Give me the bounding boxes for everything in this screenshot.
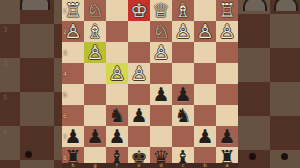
white-rook-piece[interactable]: ♖ bbox=[216, 0, 238, 21]
square-f2[interactable] bbox=[106, 21, 128, 42]
background-board-left: 3456 bbox=[0, 0, 62, 168]
square-d7[interactable] bbox=[150, 126, 172, 147]
square-e2[interactable] bbox=[128, 21, 150, 42]
black-pawn-piece[interactable]: ♟ bbox=[172, 84, 194, 105]
file-label-h: h bbox=[62, 163, 84, 168]
dim-overlay bbox=[0, 0, 62, 168]
black-pawn-piece[interactable]: ♟ bbox=[194, 126, 216, 147]
file-label-g: g bbox=[84, 163, 106, 168]
black-pawn-piece[interactable]: ♟ bbox=[128, 105, 150, 126]
dim-overlay bbox=[238, 0, 300, 168]
square-b4[interactable] bbox=[194, 63, 216, 84]
square-a6[interactable] bbox=[216, 105, 238, 126]
file-labels-bar: hgfedcba bbox=[62, 163, 238, 168]
square-a2[interactable]: ♙ bbox=[216, 21, 238, 42]
square-c7[interactable] bbox=[172, 126, 194, 147]
square-f4[interactable]: ♙ bbox=[106, 63, 128, 84]
white-pawn-piece[interactable]: ♙ bbox=[84, 42, 106, 63]
square-d5[interactable]: ♟ bbox=[150, 84, 172, 105]
square-f3[interactable] bbox=[106, 42, 128, 63]
square-g3[interactable]: ♙ bbox=[84, 42, 106, 63]
square-g6[interactable] bbox=[84, 105, 106, 126]
white-pawn-piece[interactable]: ♙ bbox=[150, 42, 172, 63]
square-b6[interactable] bbox=[194, 105, 216, 126]
file-label-e: e bbox=[128, 163, 150, 168]
square-e6[interactable]: ♟ bbox=[128, 105, 150, 126]
white-pawn-piece[interactable]: ♙ bbox=[128, 63, 150, 84]
black-pawn-piece[interactable]: ♟ bbox=[150, 84, 172, 105]
square-e3[interactable] bbox=[128, 42, 150, 63]
black-pawn-piece[interactable]: ♟ bbox=[84, 126, 106, 147]
square-a7[interactable]: ♟ bbox=[216, 126, 238, 147]
file-label-b: b bbox=[194, 163, 216, 168]
square-g2[interactable]: ♗ bbox=[84, 21, 106, 42]
chess-board: ♖♘♔♕♗♖♙♗♘♙♙♙♙♙♙♙♟♟♞♟♞♟♟♟♟♟♜♝♚♛♝♜12345678… bbox=[62, 0, 238, 168]
background-board-right bbox=[238, 0, 300, 168]
square-a1[interactable]: ♖ bbox=[216, 0, 238, 21]
square-c3[interactable] bbox=[172, 42, 194, 63]
square-g5[interactable] bbox=[84, 84, 106, 105]
square-d4[interactable] bbox=[150, 63, 172, 84]
square-c1[interactable]: ♗ bbox=[172, 0, 194, 21]
white-bishop-piece[interactable]: ♗ bbox=[84, 21, 106, 42]
file-label-c: c bbox=[172, 163, 194, 168]
rank-label-1: 1 bbox=[63, 8, 69, 14]
square-b2[interactable]: ♙ bbox=[194, 21, 216, 42]
white-pawn-piece[interactable]: ♙ bbox=[172, 21, 194, 42]
square-d6[interactable] bbox=[150, 105, 172, 126]
rank-label-6: 6 bbox=[63, 113, 69, 119]
square-c6[interactable]: ♞ bbox=[172, 105, 194, 126]
square-c4[interactable] bbox=[172, 63, 194, 84]
square-f5[interactable] bbox=[106, 84, 128, 105]
square-g7[interactable]: ♟ bbox=[84, 126, 106, 147]
white-pawn-piece[interactable]: ♙ bbox=[194, 21, 216, 42]
rank-label-3: 3 bbox=[63, 50, 69, 56]
square-e1[interactable]: ♔ bbox=[128, 0, 150, 21]
white-bishop-piece[interactable]: ♗ bbox=[172, 0, 194, 21]
square-f1[interactable] bbox=[106, 0, 128, 21]
square-c2[interactable]: ♙ bbox=[172, 21, 194, 42]
rank-label-2: 2 bbox=[63, 29, 69, 35]
rank-label-7: 7 bbox=[63, 134, 69, 140]
rank-label-4: 4 bbox=[63, 71, 69, 77]
square-d1[interactable]: ♕ bbox=[150, 0, 172, 21]
square-d3[interactable]: ♙ bbox=[150, 42, 172, 63]
white-king-piece[interactable]: ♔ bbox=[128, 0, 150, 21]
square-f6[interactable]: ♞ bbox=[106, 105, 128, 126]
white-pawn-piece[interactable]: ♙ bbox=[106, 63, 128, 84]
white-knight-piece[interactable]: ♘ bbox=[150, 21, 172, 42]
white-queen-piece[interactable]: ♕ bbox=[150, 0, 172, 21]
rank-label-8: 8 bbox=[63, 155, 69, 161]
black-pawn-piece[interactable]: ♟ bbox=[106, 126, 128, 147]
white-pawn-piece[interactable]: ♙ bbox=[216, 21, 238, 42]
square-b1[interactable] bbox=[194, 0, 216, 21]
file-label-d: d bbox=[150, 163, 172, 168]
square-a3[interactable] bbox=[216, 42, 238, 63]
rank-label-5: 5 bbox=[63, 92, 69, 98]
square-b3[interactable] bbox=[194, 42, 216, 63]
square-d2[interactable]: ♘ bbox=[150, 21, 172, 42]
square-e5[interactable] bbox=[128, 84, 150, 105]
white-knight-piece[interactable]: ♘ bbox=[84, 0, 106, 21]
file-label-a: a bbox=[216, 163, 238, 168]
black-knight-piece[interactable]: ♞ bbox=[106, 105, 128, 126]
file-label-f: f bbox=[106, 163, 128, 168]
square-b5[interactable] bbox=[194, 84, 216, 105]
square-a5[interactable] bbox=[216, 84, 238, 105]
square-a4[interactable] bbox=[216, 63, 238, 84]
video-frame: 3456 ♖♘♔♕♗♖♙♗♘♙♙♙♙♙♙♙♟♟♞♟♞♟♟♟♟♟♜♝♚♛♝♜123… bbox=[0, 0, 300, 168]
black-knight-piece[interactable]: ♞ bbox=[172, 105, 194, 126]
square-e4[interactable]: ♙ bbox=[128, 63, 150, 84]
square-c5[interactable]: ♟ bbox=[172, 84, 194, 105]
square-g4[interactable] bbox=[84, 63, 106, 84]
square-f7[interactable]: ♟ bbox=[106, 126, 128, 147]
black-pawn-piece[interactable]: ♟ bbox=[216, 126, 238, 147]
square-g1[interactable]: ♘ bbox=[84, 0, 106, 21]
square-e7[interactable] bbox=[128, 126, 150, 147]
square-b7[interactable]: ♟ bbox=[194, 126, 216, 147]
